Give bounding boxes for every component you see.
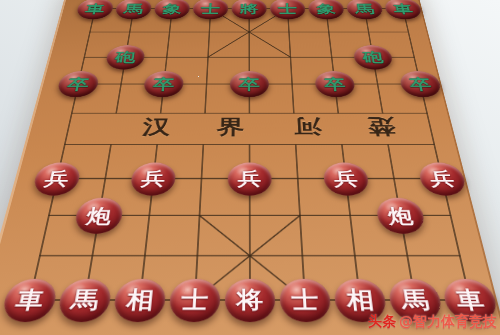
board-cell[interactable] — [78, 161, 132, 196]
board-grid: 車馬象士將士象馬車砲砲卒卒卒卒卒兵兵兵兵兵炮炮車馬相士将士相馬車 — [0, 0, 500, 324]
board-cell[interactable] — [227, 98, 272, 128]
board-cell[interactable] — [107, 20, 151, 44]
piece-glyph: 象 — [162, 3, 182, 14]
board-cell[interactable] — [46, 98, 97, 128]
board-cell[interactable] — [308, 20, 351, 44]
piece-black-advisor[interactable]: 士 — [270, 0, 306, 19]
board-cell[interactable]: 兵 — [320, 161, 372, 196]
board-cell[interactable] — [271, 98, 317, 128]
board-cell[interactable] — [62, 235, 122, 277]
board-cell[interactable] — [402, 98, 453, 128]
board-cell[interactable] — [354, 70, 402, 98]
board-cell[interactable]: 車 — [0, 277, 62, 323]
piece-glyph: 炮 — [85, 206, 113, 225]
board-cell[interactable] — [116, 235, 173, 277]
board-cell[interactable] — [347, 20, 391, 44]
piece-black-elephant[interactable]: 象 — [153, 0, 190, 19]
piece-glyph: 兵 — [333, 170, 359, 188]
piece-red-cannon[interactable]: 炮 — [73, 198, 125, 234]
board-cell[interactable] — [91, 98, 140, 128]
piece-glyph: 馬 — [69, 288, 100, 311]
board-cell[interactable]: 砲 — [102, 44, 148, 70]
piece-black-soldier[interactable]: 卒 — [230, 71, 270, 97]
piece-glyph: 士 — [278, 3, 298, 14]
piece-black-general[interactable]: 將 — [231, 0, 267, 19]
piece-glyph: 卒 — [408, 77, 432, 91]
piece-red-horse[interactable]: 馬 — [56, 279, 113, 322]
board-cell[interactable] — [37, 129, 91, 162]
board-cell[interactable]: 兵 — [225, 161, 274, 196]
board-cell[interactable]: 象 — [151, 0, 192, 20]
piece-red-elephant[interactable]: 相 — [112, 279, 167, 322]
piece-red-soldier[interactable]: 兵 — [31, 162, 82, 195]
piece-glyph: 車 — [392, 3, 414, 14]
board-cell[interactable] — [429, 235, 491, 277]
board-cell[interactable]: 炮 — [373, 197, 430, 236]
board-cell[interactable] — [223, 235, 277, 277]
board-cell[interactable]: 相 — [109, 277, 169, 323]
board-cell[interactable]: 象 — [306, 0, 347, 20]
board-cell[interactable]: 炮 — [70, 197, 127, 236]
board-cell[interactable] — [378, 235, 438, 277]
piece-red-cannon[interactable]: 炮 — [375, 198, 427, 234]
board-cell[interactable] — [363, 129, 415, 162]
board-cell[interactable] — [229, 20, 270, 44]
board-cell[interactable] — [273, 161, 323, 196]
board-cell[interactable] — [358, 98, 408, 128]
board-cell[interactable]: 将 — [222, 277, 278, 323]
board-cell[interactable]: 兵 — [29, 161, 85, 196]
board-cell[interactable] — [184, 70, 228, 98]
board-cell[interactable] — [386, 20, 431, 44]
board-cell[interactable] — [367, 161, 421, 196]
piece-black-soldier[interactable]: 卒 — [398, 71, 443, 97]
board-cell[interactable] — [148, 20, 190, 44]
piece-glyph: 砲 — [362, 51, 385, 64]
board-cell[interactable] — [97, 70, 144, 98]
board-cell[interactable]: 卒 — [140, 70, 186, 98]
board-cell[interactable]: 車 — [73, 0, 117, 20]
piece-glyph: 相 — [125, 288, 155, 311]
piece-red-soldier[interactable]: 兵 — [129, 162, 176, 195]
board-cell[interactable] — [269, 44, 312, 70]
board-cell[interactable]: 將 — [230, 0, 269, 20]
board-cell[interactable] — [228, 44, 270, 70]
board-cell[interactable]: 卒 — [396, 70, 445, 98]
piece-black-advisor[interactable]: 士 — [192, 0, 228, 19]
board-cell[interactable] — [179, 129, 227, 162]
board-cell[interactable] — [272, 129, 320, 162]
board-cell[interactable]: 士 — [277, 277, 335, 323]
watermark-prefix: 头条 — [368, 313, 396, 329]
board-cell[interactable] — [188, 20, 229, 44]
board-cell[interactable] — [310, 44, 354, 70]
piece-glyph: 将 — [236, 288, 263, 311]
piece-glyph: 兵 — [428, 170, 456, 188]
piece-red-advisor[interactable]: 士 — [279, 279, 332, 322]
piece-black-cannon[interactable]: 砲 — [352, 45, 394, 69]
board-cell[interactable] — [315, 98, 363, 128]
board-cell[interactable] — [186, 44, 229, 70]
board-cell[interactable] — [317, 129, 367, 162]
piece-black-horse[interactable]: 馬 — [346, 0, 385, 19]
board-cell[interactable]: 卒 — [312, 70, 358, 98]
board-cell[interactable] — [136, 98, 184, 128]
board-cell[interactable] — [121, 197, 175, 236]
piece-glyph: 士 — [291, 288, 319, 311]
piece-glyph: 卒 — [324, 77, 347, 91]
piece-glyph: 馬 — [400, 288, 431, 311]
board-cell[interactable] — [19, 197, 78, 236]
board-cell[interactable] — [176, 161, 226, 196]
board-cell[interactable] — [132, 129, 182, 162]
board-cell[interactable]: 馬 — [344, 0, 386, 20]
piece-glyph: 兵 — [140, 170, 166, 188]
piece-red-soldier[interactable]: 兵 — [323, 162, 371, 195]
board-cell[interactable] — [422, 197, 481, 236]
piece-red-soldier[interactable]: 兵 — [417, 162, 468, 195]
piece-glyph: 兵 — [43, 170, 71, 188]
piece-black-soldier[interactable]: 卒 — [143, 71, 185, 97]
piece-glyph: 炮 — [387, 206, 415, 225]
board-cell[interactable]: 車 — [382, 0, 426, 20]
board-cell[interactable] — [270, 70, 314, 98]
xiangqi-board: 汉界 楚河 車馬象士將士象馬車砲砲卒卒卒卒卒兵兵兵兵兵炮炮車馬相士将士相馬車 — [0, 0, 500, 335]
piece-glyph: 相 — [345, 288, 375, 311]
piece-black-horse[interactable]: 馬 — [114, 0, 153, 19]
board-cell[interactable] — [67, 20, 112, 44]
piece-red-advisor[interactable]: 士 — [168, 279, 220, 322]
board-cell[interactable]: 馬 — [53, 277, 116, 323]
piece-glyph: 砲 — [114, 51, 136, 64]
board-cell[interactable]: 士 — [268, 0, 308, 20]
piece-glyph: 士 — [181, 288, 209, 311]
piece-glyph: 馬 — [354, 3, 375, 14]
piece-glyph: 馬 — [123, 3, 144, 14]
piece-black-elephant[interactable]: 象 — [308, 0, 345, 19]
board-cell[interactable]: 馬 — [112, 0, 154, 20]
board-cell[interactable] — [408, 129, 462, 162]
piece-glyph: 象 — [316, 3, 336, 14]
piece-red-soldier[interactable]: 兵 — [227, 162, 272, 195]
board-cell[interactable]: 士 — [166, 277, 224, 323]
board-cell[interactable] — [182, 98, 228, 128]
piece-red-general[interactable]: 将 — [224, 279, 275, 322]
photo-scene: 汉界 楚河 車馬象士將士象馬車砲砲卒卒卒卒卒兵兵兵兵兵炮炮車馬相士将士相馬車 头… — [0, 0, 500, 335]
piece-red-chariot[interactable]: 車 — [0, 279, 59, 322]
board-cell[interactable]: 卒 — [53, 70, 102, 98]
board-cell[interactable] — [60, 44, 107, 70]
board-cell[interactable]: 卒 — [228, 70, 272, 98]
piece-glyph: 士 — [201, 3, 221, 14]
board-cell[interactable] — [274, 197, 327, 236]
board-cell[interactable] — [169, 235, 224, 277]
piece-black-cannon[interactable]: 砲 — [104, 45, 146, 69]
board-cell[interactable] — [391, 44, 438, 70]
piece-black-soldier[interactable]: 卒 — [56, 71, 101, 97]
watermark: 头条@智力体育竞技 — [368, 313, 497, 331]
piece-black-soldier[interactable]: 卒 — [314, 71, 356, 97]
board-cell[interactable] — [327, 235, 384, 277]
board-cell[interactable] — [85, 129, 137, 162]
piece-glyph: 卒 — [66, 77, 90, 91]
piece-black-chariot[interactable]: 車 — [75, 0, 115, 19]
piece-glyph: 卒 — [152, 77, 175, 91]
board-cell[interactable] — [269, 20, 310, 44]
board-cell[interactable] — [144, 44, 188, 70]
board-cell[interactable]: 兵 — [127, 161, 179, 196]
watermark-handle: @智力体育竞技 — [399, 313, 497, 329]
board-cell[interactable] — [173, 197, 225, 236]
piece-glyph: 將 — [240, 3, 259, 14]
piece-glyph: 車 — [84, 3, 105, 14]
board-cell[interactable] — [224, 197, 275, 236]
board-cell[interactable]: 砲 — [350, 44, 396, 70]
board-cell[interactable]: 士 — [190, 0, 230, 20]
board-cell[interactable] — [226, 129, 273, 162]
board-cell[interactable]: 兵 — [415, 161, 471, 196]
piece-black-chariot[interactable]: 車 — [383, 0, 423, 19]
board-cell[interactable] — [8, 235, 70, 277]
piece-glyph: 車 — [14, 288, 46, 311]
piece-glyph: 兵 — [238, 170, 262, 188]
piece-glyph: 車 — [454, 288, 486, 311]
board-cell[interactable] — [323, 197, 378, 236]
board-cell[interactable] — [275, 235, 330, 277]
piece-glyph: 卒 — [239, 77, 260, 91]
